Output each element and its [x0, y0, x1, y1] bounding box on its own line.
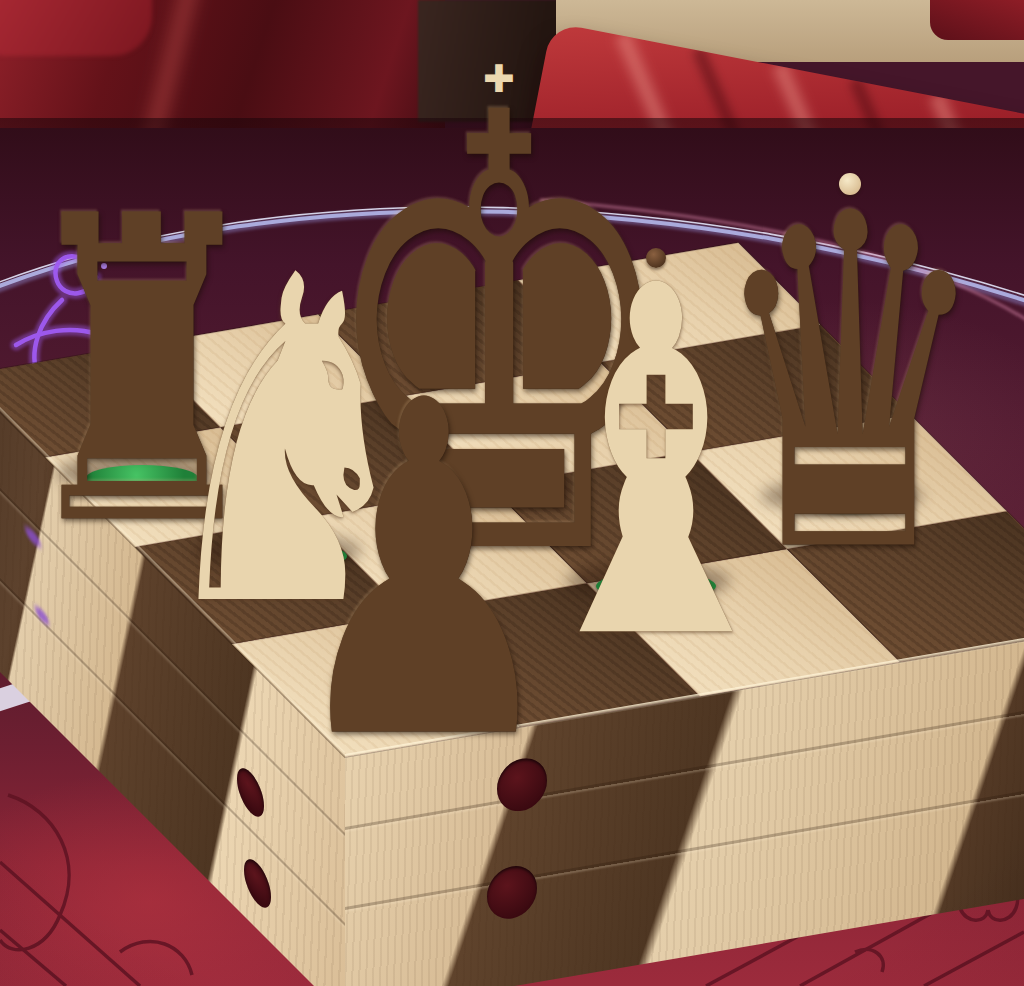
pieces-layer: ♜♚✚♛♞♝♟: [0, 0, 1024, 986]
chess-photo-scene: ♜♚✚♛♞♝♟: [0, 0, 1024, 986]
queen-ball-finial: [839, 173, 861, 195]
pawn-glyph: ♟: [284, 342, 564, 802]
king-cross-finial: ✚: [483, 60, 515, 98]
bishop-ball-finial: [646, 248, 666, 268]
